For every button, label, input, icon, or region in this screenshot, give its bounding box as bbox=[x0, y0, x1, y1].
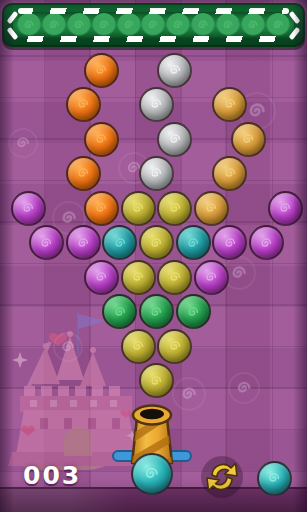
bubble-purple bbox=[212, 225, 247, 260]
bubble-gold bbox=[212, 156, 247, 191]
swirl-icon bbox=[216, 13, 240, 37]
cannon-bore bbox=[140, 409, 164, 419]
bubble-olive bbox=[121, 260, 156, 295]
bubble-silver bbox=[139, 156, 174, 191]
bubble-olive bbox=[121, 191, 156, 226]
bubble-gold bbox=[231, 122, 266, 157]
game-screen: 003 bbox=[0, 0, 307, 512]
bubble-olive bbox=[157, 329, 192, 364]
bubble-purple bbox=[66, 225, 101, 260]
swirl-icon bbox=[42, 13, 66, 37]
swirl-icon bbox=[117, 13, 141, 37]
bubble-silver bbox=[157, 122, 192, 157]
candy-dashes-bottom bbox=[18, 36, 289, 42]
swirl-icon bbox=[166, 13, 190, 37]
bubble-purple bbox=[84, 260, 119, 295]
bubble-orange bbox=[84, 53, 119, 88]
swirl-icon bbox=[92, 13, 116, 37]
bubble-green bbox=[102, 294, 137, 329]
swirl-icon bbox=[266, 13, 290, 37]
banner-swirl-row bbox=[13, 12, 294, 38]
bubble-teal bbox=[176, 225, 211, 260]
bubble-green bbox=[139, 294, 174, 329]
bubble-purple bbox=[268, 191, 303, 226]
bubble-olive bbox=[121, 329, 156, 364]
bubble-purple bbox=[11, 191, 46, 226]
candy-dashes-top bbox=[18, 8, 289, 14]
bubble-orange bbox=[66, 156, 101, 191]
loaded-bubble[interactable] bbox=[131, 453, 173, 495]
bubble-silver bbox=[139, 87, 174, 122]
bubble-olive bbox=[157, 191, 192, 226]
score-label: 003 bbox=[23, 461, 81, 490]
swirl-icon bbox=[67, 13, 91, 37]
bubble-olive bbox=[139, 225, 174, 260]
bubble-olive bbox=[139, 363, 174, 398]
swirl-icon bbox=[191, 13, 215, 37]
bubble-silver bbox=[157, 53, 192, 88]
bubble-purple bbox=[29, 225, 64, 260]
bubble-gold bbox=[194, 191, 229, 226]
bubble-orange bbox=[84, 122, 119, 157]
bubble-green bbox=[176, 294, 211, 329]
swirl-icon bbox=[17, 13, 41, 37]
swap-arrows-icon bbox=[198, 453, 246, 501]
next-bubble bbox=[257, 461, 292, 496]
bubble-gold bbox=[212, 87, 247, 122]
bubble-purple bbox=[249, 225, 284, 260]
bubble-orange bbox=[84, 191, 119, 226]
bubble-olive bbox=[157, 260, 192, 295]
bubble-teal bbox=[102, 225, 137, 260]
bubble-orange bbox=[66, 87, 101, 122]
bubble-purple bbox=[194, 260, 229, 295]
swirl-icon bbox=[141, 13, 165, 37]
swap-bubble-button[interactable] bbox=[198, 453, 246, 501]
swirl-icon bbox=[241, 13, 265, 37]
top-banner bbox=[2, 3, 305, 47]
